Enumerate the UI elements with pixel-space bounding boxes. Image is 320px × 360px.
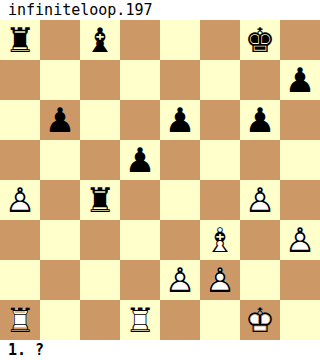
square-g6[interactable]: ♟: [240, 100, 280, 140]
square-c8[interactable]: ♝: [80, 20, 120, 60]
piece-white-pawn-icon: ♟♙: [280, 220, 320, 260]
piece-black-pawn-icon: ♟: [40, 100, 80, 140]
square-h2[interactable]: [280, 260, 320, 300]
square-b8[interactable]: [40, 20, 80, 60]
piece-black-king-icon: ♚: [240, 20, 280, 60]
piece-black-bishop-icon: ♝: [80, 20, 120, 60]
square-e7[interactable]: [160, 60, 200, 100]
square-f2[interactable]: ♟♙: [200, 260, 240, 300]
square-b4[interactable]: [40, 180, 80, 220]
square-d7[interactable]: [120, 60, 160, 100]
square-c5[interactable]: [80, 140, 120, 180]
piece-black-pawn-icon: ♟: [120, 140, 160, 180]
square-c7[interactable]: [80, 60, 120, 100]
square-b7[interactable]: [40, 60, 80, 100]
square-g1[interactable]: ♚♔: [240, 300, 280, 340]
square-b1[interactable]: [40, 300, 80, 340]
square-d4[interactable]: [120, 180, 160, 220]
square-f4[interactable]: [200, 180, 240, 220]
piece-white-pawn-icon: ♟♙: [240, 180, 280, 220]
square-g4[interactable]: ♟♙: [240, 180, 280, 220]
square-h6[interactable]: [280, 100, 320, 140]
piece-white-rook-icon: ♜♖: [0, 300, 40, 340]
square-e3[interactable]: [160, 220, 200, 260]
square-c4[interactable]: ♜: [80, 180, 120, 220]
window-title: infiniteloop.197: [0, 0, 320, 20]
piece-black-rook-icon: ♜: [0, 20, 40, 60]
square-a6[interactable]: [0, 100, 40, 140]
square-g3[interactable]: [240, 220, 280, 260]
square-d3[interactable]: [120, 220, 160, 260]
square-f3[interactable]: ♝♗: [200, 220, 240, 260]
piece-white-king-icon: ♚♔: [240, 300, 280, 340]
piece-black-rook-icon: ♜: [80, 180, 120, 220]
square-b2[interactable]: [40, 260, 80, 300]
square-h7[interactable]: ♟: [280, 60, 320, 100]
piece-white-rook-icon: ♜♖: [120, 300, 160, 340]
move-prompt: 1. ?: [0, 340, 320, 360]
square-e5[interactable]: [160, 140, 200, 180]
square-c2[interactable]: [80, 260, 120, 300]
square-b3[interactable]: [40, 220, 80, 260]
square-b5[interactable]: [40, 140, 80, 180]
square-a2[interactable]: [0, 260, 40, 300]
square-d1[interactable]: ♜♖: [120, 300, 160, 340]
square-a3[interactable]: [0, 220, 40, 260]
square-f6[interactable]: [200, 100, 240, 140]
piece-black-pawn-icon: ♟: [240, 100, 280, 140]
square-a5[interactable]: [0, 140, 40, 180]
piece-black-pawn-icon: ♟: [160, 100, 200, 140]
square-b6[interactable]: ♟: [40, 100, 80, 140]
square-f5[interactable]: [200, 140, 240, 180]
square-f1[interactable]: [200, 300, 240, 340]
square-f8[interactable]: [200, 20, 240, 60]
square-c6[interactable]: [80, 100, 120, 140]
piece-black-pawn-icon: ♟: [280, 60, 320, 100]
square-d6[interactable]: [120, 100, 160, 140]
square-e4[interactable]: [160, 180, 200, 220]
square-h4[interactable]: [280, 180, 320, 220]
piece-white-pawn-icon: ♟♙: [200, 260, 240, 300]
square-g8[interactable]: ♚: [240, 20, 280, 60]
square-g7[interactable]: [240, 60, 280, 100]
square-h1[interactable]: [280, 300, 320, 340]
square-d8[interactable]: [120, 20, 160, 60]
square-a4[interactable]: ♟♙: [0, 180, 40, 220]
square-e6[interactable]: ♟: [160, 100, 200, 140]
square-f7[interactable]: [200, 60, 240, 100]
square-c1[interactable]: [80, 300, 120, 340]
square-a7[interactable]: [0, 60, 40, 100]
square-e1[interactable]: [160, 300, 200, 340]
square-d2[interactable]: [120, 260, 160, 300]
piece-white-bishop-icon: ♝♗: [200, 220, 240, 260]
square-c3[interactable]: [80, 220, 120, 260]
piece-white-pawn-icon: ♟♙: [0, 180, 40, 220]
square-d5[interactable]: ♟: [120, 140, 160, 180]
square-h3[interactable]: ♟♙: [280, 220, 320, 260]
square-a8[interactable]: ♜: [0, 20, 40, 60]
square-e2[interactable]: ♟♙: [160, 260, 200, 300]
square-h8[interactable]: [280, 20, 320, 60]
square-h5[interactable]: [280, 140, 320, 180]
square-e8[interactable]: [160, 20, 200, 60]
square-g2[interactable]: [240, 260, 280, 300]
square-a1[interactable]: ♜♖: [0, 300, 40, 340]
square-g5[interactable]: [240, 140, 280, 180]
chess-board: ♜♝♚♟♟♟♟♟♟♙♜♟♙♝♗♟♙♟♙♟♙♜♖♜♖♚♔: [0, 20, 320, 340]
piece-white-pawn-icon: ♟♙: [160, 260, 200, 300]
